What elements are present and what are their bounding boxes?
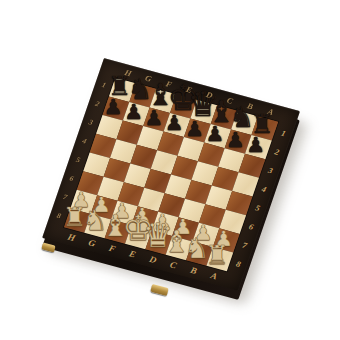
square-a8[interactable]: ♜ bbox=[206, 247, 233, 271]
piece-black-pawn[interactable]: ♟ bbox=[242, 135, 269, 156]
piece-white-rook[interactable]: ♜ bbox=[204, 242, 231, 268]
brass-latch bbox=[150, 284, 168, 296]
chess-set-photo: ♜♞♝♚♛♝♞♜♟♟♟♟♟♟♟♟♟♟♟♟♟♟♟♟♜♞♝♚♛♝♞♜ HGFEDCB… bbox=[0, 0, 340, 340]
board-grid: ♜♞♝♚♛♝♞♜♟♟♟♟♟♟♟♟♟♟♟♟♟♟♟♟♜♞♝♚♛♝♞♜ bbox=[64, 78, 278, 272]
